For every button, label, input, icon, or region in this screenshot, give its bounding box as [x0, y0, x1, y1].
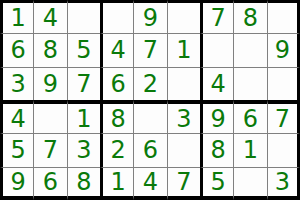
sudoku-board: 1497868547193976244183967573268196814753: [0, 0, 300, 200]
sudoku-cell-r3c5[interactable]: 2: [133, 67, 166, 100]
sudoku-cell-r4c9[interactable]: 7: [267, 100, 300, 133]
sudoku-cell-r6c1[interactable]: 9: [0, 167, 33, 200]
sudoku-cell-r1c2[interactable]: 4: [33, 0, 66, 33]
sudoku-cell-r1c6[interactable]: [167, 0, 200, 33]
sudoku-cell-r4c5[interactable]: [133, 100, 166, 133]
sudoku-cell-r1c5[interactable]: 9: [133, 0, 166, 33]
sudoku-cell-r6c7[interactable]: 5: [200, 167, 233, 200]
sudoku-cell-r5c6[interactable]: [167, 133, 200, 166]
sudoku-cell-r3c3[interactable]: 7: [67, 67, 100, 100]
sudoku-cell-r5c2[interactable]: 7: [33, 133, 66, 166]
sudoku-cell-r1c8[interactable]: 8: [233, 0, 266, 33]
sudoku-cell-r2c4[interactable]: 4: [100, 33, 133, 66]
sudoku-cell-r4c4[interactable]: 8: [100, 100, 133, 133]
sudoku-cell-r5c3[interactable]: 3: [67, 133, 100, 166]
sudoku-cell-r6c2[interactable]: 6: [33, 167, 66, 200]
sudoku-cell-r1c7[interactable]: 7: [200, 0, 233, 33]
sudoku-cell-r2c2[interactable]: 8: [33, 33, 66, 66]
sudoku-cell-r2c8[interactable]: [233, 33, 266, 66]
sudoku-cell-r3c2[interactable]: 9: [33, 67, 66, 100]
sudoku-cell-r3c6[interactable]: [167, 67, 200, 100]
sudoku-cell-r1c9[interactable]: [267, 0, 300, 33]
sudoku-cell-r3c9[interactable]: [267, 67, 300, 100]
sudoku-cell-r5c5[interactable]: 6: [133, 133, 166, 166]
sudoku-cell-r4c2[interactable]: [33, 100, 66, 133]
sudoku-cell-r3c4[interactable]: 6: [100, 67, 133, 100]
sudoku-cell-r5c1[interactable]: 5: [0, 133, 33, 166]
sudoku-cell-r2c7[interactable]: [200, 33, 233, 66]
sudoku-cell-r4c7[interactable]: 9: [200, 100, 233, 133]
sudoku-cell-r6c9[interactable]: 3: [267, 167, 300, 200]
sudoku-cell-r4c8[interactable]: 6: [233, 100, 266, 133]
sudoku-cell-r6c5[interactable]: 4: [133, 167, 166, 200]
sudoku-cell-r1c4[interactable]: [100, 0, 133, 33]
sudoku-cell-r1c3[interactable]: [67, 0, 100, 33]
sudoku-cell-r4c1[interactable]: 4: [0, 100, 33, 133]
sudoku-cell-r2c9[interactable]: 9: [267, 33, 300, 66]
sudoku-cell-r6c6[interactable]: 7: [167, 167, 200, 200]
sudoku-cell-r4c3[interactable]: 1: [67, 100, 100, 133]
sudoku-cell-r5c7[interactable]: 8: [200, 133, 233, 166]
sudoku-cell-r3c8[interactable]: [233, 67, 266, 100]
sudoku-cell-r4c6[interactable]: 3: [167, 100, 200, 133]
sudoku-cell-r6c3[interactable]: 8: [67, 167, 100, 200]
sudoku-cell-r2c6[interactable]: 1: [167, 33, 200, 66]
sudoku-cell-r5c4[interactable]: 2: [100, 133, 133, 166]
sudoku-cell-r1c1[interactable]: 1: [0, 0, 33, 33]
sudoku-cell-r5c8[interactable]: 1: [233, 133, 266, 166]
sudoku-cell-r6c4[interactable]: 1: [100, 167, 133, 200]
sudoku-cell-r6c8[interactable]: [233, 167, 266, 200]
sudoku-cell-r3c7[interactable]: 4: [200, 67, 233, 100]
sudoku-cell-r2c5[interactable]: 7: [133, 33, 166, 66]
sudoku-cell-r3c1[interactable]: 3: [0, 67, 33, 100]
sudoku-cell-r2c1[interactable]: 6: [0, 33, 33, 66]
sudoku-cell-r5c9[interactable]: [267, 133, 300, 166]
sudoku-cell-r2c3[interactable]: 5: [67, 33, 100, 66]
